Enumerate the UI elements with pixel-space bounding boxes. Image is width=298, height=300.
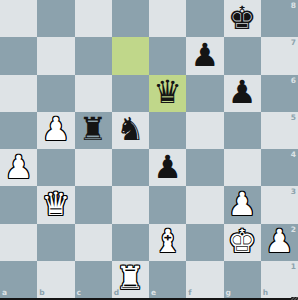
square-c1[interactable]: c: [75, 261, 112, 298]
coord-file-f: f: [188, 289, 191, 297]
square-c8[interactable]: [75, 0, 112, 37]
coord-rank-7: 7: [291, 39, 296, 47]
square-b1[interactable]: b: [37, 261, 74, 298]
square-g6[interactable]: ♟: [224, 75, 261, 112]
piece-black-pawn-e4: ♟: [153, 151, 182, 183]
square-f7[interactable]: ♟: [186, 37, 223, 74]
piece-black-knight-d5: ♞: [116, 113, 145, 145]
square-a3[interactable]: [0, 186, 37, 223]
square-h4[interactable]: 4: [261, 149, 298, 186]
coord-rank-8: 8: [291, 2, 296, 10]
square-b4[interactable]: [37, 149, 74, 186]
square-b7[interactable]: [37, 37, 74, 74]
piece-white-pawn-g3: ♟: [228, 188, 257, 220]
piece-black-pawn-f7: ♟: [191, 39, 220, 71]
square-c5[interactable]: ♜: [75, 112, 112, 149]
square-e5[interactable]: [149, 112, 186, 149]
square-g8[interactable]: ♚: [224, 0, 261, 37]
square-f6[interactable]: [186, 75, 223, 112]
square-h3[interactable]: 3: [261, 186, 298, 223]
square-d5[interactable]: ♞: [112, 112, 149, 149]
square-d6[interactable]: [112, 75, 149, 112]
square-d7[interactable]: [112, 37, 149, 74]
square-a1[interactable]: a: [0, 261, 37, 298]
square-f8[interactable]: [186, 0, 223, 37]
square-e4[interactable]: ♟: [149, 149, 186, 186]
square-e2[interactable]: ♝: [149, 224, 186, 261]
chess-app: ♚8♟7♛♟6♟♜♞5♟♟4♛♟3♝♚♟2abc♜defg1h: [0, 0, 298, 300]
square-e1[interactable]: e: [149, 261, 186, 298]
coord-rank-1: 1: [291, 263, 296, 271]
coord-file-g: g: [226, 289, 231, 297]
square-g7[interactable]: [224, 37, 261, 74]
coord-rank-6: 6: [291, 77, 296, 85]
square-g1[interactable]: g: [224, 261, 261, 298]
square-a8[interactable]: [0, 0, 37, 37]
square-c7[interactable]: [75, 37, 112, 74]
square-g2[interactable]: ♚: [224, 224, 261, 261]
square-h2[interactable]: ♟2: [261, 224, 298, 261]
piece-black-rook-c5: ♜: [79, 113, 108, 145]
piece-white-bishop-e2: ♝: [153, 225, 182, 257]
square-f2[interactable]: [186, 224, 223, 261]
square-e3[interactable]: [149, 186, 186, 223]
square-b2[interactable]: [37, 224, 74, 261]
square-g5[interactable]: [224, 112, 261, 149]
square-a5[interactable]: [0, 112, 37, 149]
square-d2[interactable]: [112, 224, 149, 261]
coord-file-h: h: [263, 289, 268, 297]
square-d4[interactable]: [112, 149, 149, 186]
piece-white-pawn-a4: ♟: [4, 151, 33, 183]
square-c3[interactable]: [75, 186, 112, 223]
piece-black-pawn-g6: ♟: [228, 76, 257, 108]
piece-white-rook-d1: ♜: [116, 262, 145, 294]
square-b8[interactable]: [37, 0, 74, 37]
square-h8[interactable]: 8: [261, 0, 298, 37]
square-h6[interactable]: 6: [261, 75, 298, 112]
square-e6[interactable]: ♛: [149, 75, 186, 112]
square-h7[interactable]: 7: [261, 37, 298, 74]
square-a7[interactable]: [0, 37, 37, 74]
square-g4[interactable]: [224, 149, 261, 186]
square-a2[interactable]: [0, 224, 37, 261]
piece-white-pawn-h2: ♟: [265, 225, 294, 257]
square-c6[interactable]: [75, 75, 112, 112]
square-e7[interactable]: [149, 37, 186, 74]
piece-black-king-g8: ♚: [228, 2, 257, 34]
square-b6[interactable]: [37, 75, 74, 112]
piece-white-pawn-b5: ♟: [42, 113, 71, 145]
coord-file-c: c: [77, 289, 81, 297]
square-f4[interactable]: [186, 149, 223, 186]
square-c4[interactable]: [75, 149, 112, 186]
coord-file-b: b: [39, 289, 44, 297]
square-e8[interactable]: [149, 0, 186, 37]
square-c2[interactable]: [75, 224, 112, 261]
square-b3[interactable]: ♛: [37, 186, 74, 223]
coord-file-d: d: [114, 289, 119, 297]
piece-white-queen-b3: ♛: [42, 188, 71, 220]
square-h5[interactable]: 5: [261, 112, 298, 149]
square-d3[interactable]: [112, 186, 149, 223]
chess-board: ♚8♟7♛♟6♟♜♞5♟♟4♛♟3♝♚♟2abc♜defg1h: [0, 0, 298, 298]
square-f1[interactable]: f: [186, 261, 223, 298]
coord-rank-4: 4: [291, 151, 296, 159]
coord-file-a: a: [2, 289, 7, 297]
coord-file-e: e: [151, 289, 156, 297]
coord-rank-3: 3: [291, 188, 296, 196]
square-f5[interactable]: [186, 112, 223, 149]
piece-black-queen-e6: ♛: [153, 76, 182, 108]
square-d8[interactable]: [112, 0, 149, 37]
square-b5[interactable]: ♟: [37, 112, 74, 149]
coord-rank-2: 2: [291, 226, 296, 234]
square-f3[interactable]: [186, 186, 223, 223]
square-h1[interactable]: 1h: [261, 261, 298, 298]
coord-rank-5: 5: [291, 114, 296, 122]
square-g3[interactable]: ♟: [224, 186, 261, 223]
square-a4[interactable]: ♟: [0, 149, 37, 186]
square-d1[interactable]: ♜d: [112, 261, 149, 298]
square-a6[interactable]: [0, 75, 37, 112]
piece-white-king-g2: ♚: [228, 225, 257, 257]
